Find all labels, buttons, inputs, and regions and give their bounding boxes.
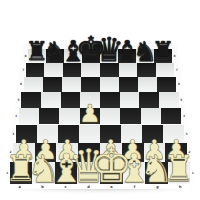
square-h4 xyxy=(161,108,181,125)
chess-set-photo: ♜♞♝♚♛♝♞♜♟♟♟♟♟♟♟♟♜♞♝♛♚♝♞♜ abcdefgh8877665… xyxy=(0,0,200,200)
square-b5 xyxy=(41,92,61,108)
square-f4 xyxy=(120,108,140,125)
file-label-g: g xyxy=(156,185,159,189)
rank-label-right-1: 1 xyxy=(192,171,194,175)
rank-label-right-2: 2 xyxy=(189,150,191,154)
square-h6 xyxy=(157,77,176,92)
board-row-rank-6 xyxy=(24,77,177,92)
rank-label-right-6: 6 xyxy=(178,82,180,86)
square-b4 xyxy=(39,108,59,125)
black-rook-h8: ♜ xyxy=(151,39,174,65)
square-c5 xyxy=(61,92,81,108)
square-g6 xyxy=(138,77,157,92)
rank-label-left-7: 7 xyxy=(22,68,24,72)
square-g4 xyxy=(141,108,161,125)
square-e6 xyxy=(100,77,119,92)
square-c6 xyxy=(62,77,81,92)
rank-label-right-8: 8 xyxy=(174,54,176,58)
rank-label-right-5: 5 xyxy=(180,98,182,102)
rank-label-left-4: 4 xyxy=(15,114,17,118)
square-e5 xyxy=(100,92,120,108)
square-d6 xyxy=(81,77,100,92)
square-g5 xyxy=(139,92,159,108)
square-a4 xyxy=(19,108,39,125)
square-c4 xyxy=(59,108,79,125)
white-pawn-d4: ♟ xyxy=(79,102,101,127)
square-h5 xyxy=(159,92,179,108)
square-f5 xyxy=(120,92,140,108)
file-label-f: f xyxy=(134,185,136,189)
white-rook-h1: ♜ xyxy=(163,151,195,187)
square-a5 xyxy=(21,92,41,108)
file-label-c: c xyxy=(65,185,67,189)
file-label-h: h xyxy=(179,185,182,189)
rank-label-left-8: 8 xyxy=(24,54,26,58)
square-a6 xyxy=(24,77,43,92)
rank-label-right-4: 4 xyxy=(183,114,185,118)
rank-label-left-2: 2 xyxy=(9,150,11,154)
rank-label-left-1: 1 xyxy=(6,171,8,175)
file-label-b: b xyxy=(41,185,44,189)
file-label-d: d xyxy=(87,185,90,189)
rank-label-right-3: 3 xyxy=(186,132,188,136)
square-f6 xyxy=(119,77,138,92)
square-e4 xyxy=(100,108,120,125)
file-label-e: e xyxy=(110,185,112,189)
square-b6 xyxy=(43,77,62,92)
rank-label-left-5: 5 xyxy=(18,98,20,102)
file-label-a: a xyxy=(18,185,20,189)
rank-label-left-3: 3 xyxy=(12,132,14,136)
rank-label-right-7: 7 xyxy=(176,68,178,72)
rank-label-left-6: 6 xyxy=(20,82,22,86)
